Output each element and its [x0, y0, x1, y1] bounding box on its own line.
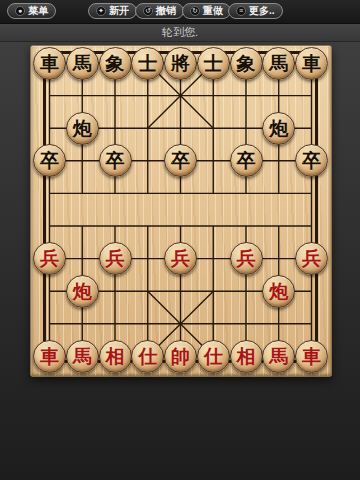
piece-red-elephant[interactable]: 相 [99, 340, 132, 373]
piece-red-elephant[interactable]: 相 [230, 340, 263, 373]
piece-red-soldier[interactable]: 兵 [295, 242, 328, 275]
piece-black-soldier[interactable]: 卒 [230, 144, 263, 177]
redo-icon: ↻ [190, 6, 200, 16]
piece-black-advisor[interactable]: 士 [131, 47, 164, 80]
piece-red-chariot[interactable]: 車 [33, 340, 66, 373]
piece-red-advisor[interactable]: 仕 [197, 340, 230, 373]
turn-status-text: 轮到您. [162, 25, 198, 40]
piece-red-soldier[interactable]: 兵 [230, 242, 263, 275]
undo-button-label: 撤销 [156, 4, 176, 18]
new-game-button-label: 新开 [109, 4, 129, 18]
piece-black-advisor[interactable]: 士 [197, 47, 230, 80]
piece-black-cannon[interactable]: 炮 [262, 112, 295, 145]
piece-red-cannon[interactable]: 炮 [262, 275, 295, 308]
menu-button-label: 菜单 [28, 4, 48, 18]
piece-red-chariot[interactable]: 車 [295, 340, 328, 373]
piece-red-horse[interactable]: 馬 [262, 340, 295, 373]
menu-button[interactable]: ● 菜单 [7, 3, 56, 19]
redo-button[interactable]: ↻ 重做 [182, 3, 231, 19]
piece-black-elephant[interactable]: 象 [230, 47, 263, 80]
piece-red-general[interactable]: 帥 [164, 340, 197, 373]
piece-black-general[interactable]: 將 [164, 47, 197, 80]
board-grid [31, 46, 331, 376]
piece-black-horse[interactable]: 馬 [66, 47, 99, 80]
new-game-icon: ✦ [96, 6, 106, 16]
piece-black-chariot[interactable]: 車 [33, 47, 66, 80]
status-bar: 轮到您. [0, 24, 360, 42]
menu-icon: ● [15, 6, 25, 16]
more-button-label: 更多.. [249, 4, 275, 18]
undo-icon: ↺ [143, 6, 153, 16]
xiangqi-app: ● 菜单 ✦ 新开 ↺ 撤销 ↻ 重做 ≡ 更多.. 轮到您. 車馬象士將士象馬… [0, 0, 360, 480]
piece-black-cannon[interactable]: 炮 [66, 112, 99, 145]
redo-button-label: 重做 [203, 4, 223, 18]
piece-red-cannon[interactable]: 炮 [66, 275, 99, 308]
xiangqi-board[interactable]: 車馬象士將士象馬車炮炮卒卒卒卒卒兵兵兵兵兵炮炮車馬相仕帥仕相馬車 [30, 45, 332, 377]
piece-red-soldier[interactable]: 兵 [164, 242, 197, 275]
piece-red-soldier[interactable]: 兵 [99, 242, 132, 275]
piece-black-horse[interactable]: 馬 [262, 47, 295, 80]
toolbar: ● 菜单 ✦ 新开 ↺ 撤销 ↻ 重做 ≡ 更多.. [0, 0, 360, 24]
undo-button[interactable]: ↺ 撤销 [135, 3, 184, 19]
piece-black-chariot[interactable]: 車 [295, 47, 328, 80]
more-icon: ≡ [236, 6, 246, 16]
piece-black-elephant[interactable]: 象 [99, 47, 132, 80]
piece-red-horse[interactable]: 馬 [66, 340, 99, 373]
piece-red-advisor[interactable]: 仕 [131, 340, 164, 373]
piece-black-soldier[interactable]: 卒 [99, 144, 132, 177]
new-game-button[interactable]: ✦ 新开 [88, 3, 137, 19]
more-button[interactable]: ≡ 更多.. [228, 3, 283, 19]
piece-red-soldier[interactable]: 兵 [33, 242, 66, 275]
